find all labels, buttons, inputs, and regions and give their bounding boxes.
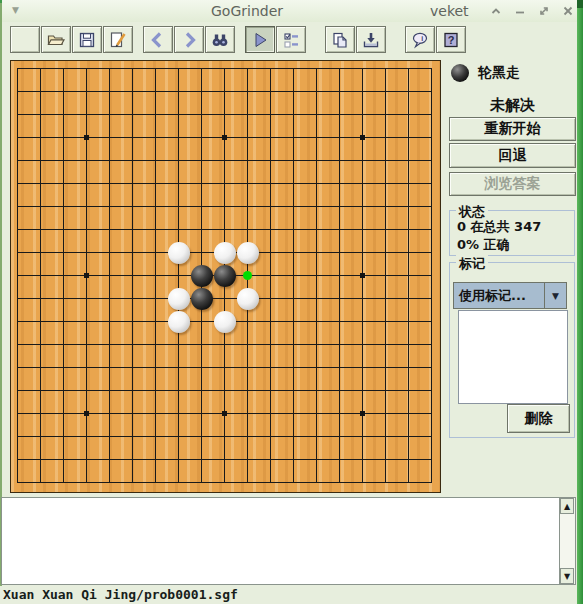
star-point <box>84 135 89 140</box>
status-count-label: 0 在总共 347 <box>457 218 541 236</box>
go-board-grid[interactable] <box>17 68 432 483</box>
play-button[interactable] <box>245 26 275 53</box>
zoom-button[interactable] <box>10 26 40 53</box>
status-percent-label: 0% 正确 <box>457 236 510 254</box>
restart-button[interactable]: 重新开始 <box>449 117 576 141</box>
undo-button[interactable]: 回退 <box>449 143 576 168</box>
edit-button[interactable] <box>103 26 133 53</box>
stone-black <box>214 265 236 287</box>
marks-combobox[interactable]: 使用标记... ▼ <box>453 282 567 309</box>
solve-status-label: 未解决 <box>449 96 576 115</box>
star-point <box>222 135 227 140</box>
stone-white <box>168 288 190 310</box>
close-icon[interactable] <box>561 4 575 18</box>
comment-area[interactable]: ▲ ▼ <box>1 497 576 585</box>
window-controls <box>489 4 575 18</box>
svg-text:?: ? <box>448 33 455 45</box>
status-groupbox: 状态 0 在总共 347 0% 正确 <box>449 210 575 256</box>
find-button[interactable] <box>205 26 235 53</box>
statusbar-text: Xuan Xuan Qi Jing/prob0001.sgf <box>3 587 238 602</box>
shade-button[interactable] <box>489 4 503 18</box>
scroll-down-icon[interactable]: ▼ <box>560 568 574 584</box>
marks-groupbox: 标记 使用标记... ▼ 删除 <box>449 262 575 438</box>
marks-listbox[interactable] <box>458 310 568 404</box>
star-point <box>222 411 227 416</box>
window-title: GoGrinder <box>182 3 312 19</box>
copy-button[interactable] <box>325 26 355 53</box>
move-marker <box>243 271 252 280</box>
stone-black <box>191 265 213 287</box>
chevron-down-icon[interactable]: ▼ <box>544 283 566 308</box>
turn-label: 轮黑走 <box>478 64 520 82</box>
options-button[interactable] <box>276 26 306 53</box>
star-point <box>84 273 89 278</box>
comment-text <box>5 500 557 582</box>
help-button[interactable]: ? <box>436 26 466 53</box>
open-button[interactable] <box>41 26 71 53</box>
save-button[interactable] <box>72 26 102 53</box>
maximize-button[interactable] <box>537 4 551 18</box>
sidebar: 轮黑走 未解决 重新开始 回退 浏览答案 状态 0 在总共 347 0% 正确 … <box>449 60 576 496</box>
statusbar: Xuan Xuan Qi Jing/prob0001.sgf <box>0 586 577 604</box>
stone-white <box>168 242 190 264</box>
marks-combobox-value: 使用标记... <box>454 283 544 308</box>
stone-white <box>214 311 236 333</box>
svg-text:i: i <box>421 34 423 41</box>
comment-scrollbar[interactable]: ▲ ▼ <box>559 498 575 584</box>
toolbar: i ? <box>2 22 577 60</box>
window-menu-icon[interactable]: ▼ <box>12 5 19 15</box>
stone-white <box>214 242 236 264</box>
minimize-button[interactable] <box>513 4 527 18</box>
browse-answer-button[interactable]: 浏览答案 <box>449 172 576 196</box>
stone-white <box>168 311 190 333</box>
star-point <box>360 411 365 416</box>
forward-button[interactable] <box>174 26 204 53</box>
go-board[interactable] <box>10 60 441 493</box>
star-point <box>360 273 365 278</box>
delete-button[interactable]: 删除 <box>507 404 570 433</box>
comment-button[interactable]: i <box>405 26 435 53</box>
titlebar: ▼ GoGrinder veket <box>2 0 577 22</box>
turn-indicator: 轮黑走 <box>451 64 520 82</box>
back-button[interactable] <box>143 26 173 53</box>
marks-group-title: 标记 <box>456 255 488 273</box>
scroll-up-icon[interactable]: ▲ <box>560 498 574 514</box>
stone-white <box>237 242 259 264</box>
star-point <box>360 135 365 140</box>
window-border-right <box>577 0 583 604</box>
session-label: veket <box>430 3 469 19</box>
stone-white <box>237 288 259 310</box>
black-stone-icon <box>451 64 469 82</box>
import-button[interactable] <box>356 26 386 53</box>
star-point <box>84 411 89 416</box>
stone-black <box>191 288 213 310</box>
